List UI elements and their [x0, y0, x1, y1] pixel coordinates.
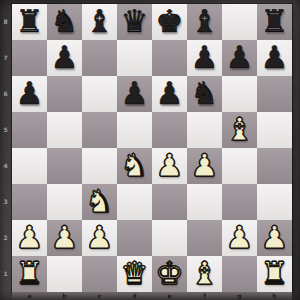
square-d2[interactable] — [117, 220, 152, 256]
square-h6[interactable] — [257, 76, 292, 112]
square-a7[interactable] — [12, 40, 47, 76]
square-h8[interactable]: ♜ — [257, 4, 292, 40]
square-e8[interactable]: ♚ — [152, 4, 187, 40]
rank-label-4: 4 — [0, 161, 11, 170]
file-label-b: b — [47, 291, 82, 300]
white-bishop[interactable]: ♝ — [191, 258, 219, 289]
file-label-e: e — [152, 291, 187, 300]
black-queen[interactable]: ♛ — [121, 6, 149, 37]
square-a1[interactable]: ♜ — [12, 256, 47, 292]
white-pawn[interactable]: ♟ — [16, 222, 44, 253]
white-pawn[interactable]: ♟ — [191, 150, 219, 181]
black-pawn[interactable]: ♟ — [261, 42, 289, 73]
square-a4[interactable] — [12, 148, 47, 184]
square-g3[interactable] — [222, 184, 257, 220]
square-c8[interactable]: ♝ — [82, 4, 117, 40]
white-rook[interactable]: ♜ — [16, 258, 44, 289]
square-f3[interactable] — [187, 184, 222, 220]
white-queen[interactable]: ♛ — [121, 258, 149, 289]
white-rook[interactable]: ♜ — [261, 258, 289, 289]
white-king[interactable]: ♚ — [156, 258, 184, 289]
square-e4[interactable]: ♟ — [152, 148, 187, 184]
square-f6[interactable]: ♞ — [187, 76, 222, 112]
square-d8[interactable]: ♛ — [117, 4, 152, 40]
square-b8[interactable]: ♞ — [47, 4, 82, 40]
black-king[interactable]: ♚ — [156, 6, 184, 37]
square-c1[interactable] — [82, 256, 117, 292]
square-e1[interactable]: ♚ — [152, 256, 187, 292]
square-c3[interactable]: ♞ — [82, 184, 117, 220]
white-pawn[interactable]: ♟ — [156, 150, 184, 181]
square-g8[interactable] — [222, 4, 257, 40]
square-g4[interactable] — [222, 148, 257, 184]
white-pawn[interactable]: ♟ — [261, 222, 289, 253]
file-label-g: g — [222, 291, 257, 300]
square-h5[interactable] — [257, 112, 292, 148]
square-a8[interactable]: ♜ — [12, 4, 47, 40]
square-b7[interactable]: ♟ — [47, 40, 82, 76]
white-pawn[interactable]: ♟ — [51, 222, 79, 253]
square-d5[interactable] — [117, 112, 152, 148]
square-h1[interactable]: ♜ — [257, 256, 292, 292]
black-pawn[interactable]: ♟ — [16, 78, 44, 109]
file-label-f: f — [187, 291, 222, 300]
square-a3[interactable] — [12, 184, 47, 220]
square-f2[interactable] — [187, 220, 222, 256]
square-c7[interactable] — [82, 40, 117, 76]
square-f1[interactable]: ♝ — [187, 256, 222, 292]
square-d3[interactable] — [117, 184, 152, 220]
file-label-h: h — [257, 291, 292, 300]
square-d4[interactable]: ♞ — [117, 148, 152, 184]
square-f7[interactable]: ♟ — [187, 40, 222, 76]
rank-label-8: 8 — [0, 17, 11, 26]
black-knight[interactable]: ♞ — [191, 78, 219, 109]
black-bishop[interactable]: ♝ — [191, 6, 219, 37]
square-e2[interactable] — [152, 220, 187, 256]
white-knight[interactable]: ♞ — [86, 186, 114, 217]
square-b4[interactable] — [47, 148, 82, 184]
rank-label-6: 6 — [0, 89, 11, 98]
square-d6[interactable]: ♟ — [117, 76, 152, 112]
square-g2[interactable]: ♟ — [222, 220, 257, 256]
square-d1[interactable]: ♛ — [117, 256, 152, 292]
square-c5[interactable] — [82, 112, 117, 148]
rank-label-1: 1 — [0, 269, 11, 278]
black-pawn[interactable]: ♟ — [226, 42, 254, 73]
white-pawn[interactable]: ♟ — [86, 222, 114, 253]
white-knight[interactable]: ♞ — [121, 150, 149, 181]
square-f8[interactable]: ♝ — [187, 4, 222, 40]
square-e3[interactable] — [152, 184, 187, 220]
rank-label-3: 3 — [0, 197, 11, 206]
black-pawn[interactable]: ♟ — [191, 42, 219, 73]
square-g6[interactable] — [222, 76, 257, 112]
square-e7[interactable] — [152, 40, 187, 76]
square-g5[interactable]: ♝ — [222, 112, 257, 148]
black-rook[interactable]: ♜ — [261, 6, 289, 37]
square-h2[interactable]: ♟ — [257, 220, 292, 256]
black-pawn[interactable]: ♟ — [51, 42, 79, 73]
square-h3[interactable] — [257, 184, 292, 220]
square-d7[interactable] — [117, 40, 152, 76]
square-a5[interactable] — [12, 112, 47, 148]
white-pawn[interactable]: ♟ — [226, 222, 254, 253]
square-h4[interactable] — [257, 148, 292, 184]
rank-label-5: 5 — [0, 125, 11, 134]
square-b1[interactable] — [47, 256, 82, 292]
white-bishop[interactable]: ♝ — [226, 114, 254, 145]
black-pawn[interactable]: ♟ — [121, 78, 149, 109]
square-e5[interactable] — [152, 112, 187, 148]
square-a2[interactable]: ♟ — [12, 220, 47, 256]
black-pawn[interactable]: ♟ — [156, 78, 184, 109]
square-b6[interactable] — [47, 76, 82, 112]
square-b3[interactable] — [47, 184, 82, 220]
black-rook[interactable]: ♜ — [16, 6, 44, 37]
square-h7[interactable]: ♟ — [257, 40, 292, 76]
rank-label-7: 7 — [0, 53, 11, 62]
square-b2[interactable]: ♟ — [47, 220, 82, 256]
square-c6[interactable] — [82, 76, 117, 112]
square-g7[interactable]: ♟ — [222, 40, 257, 76]
square-c2[interactable]: ♟ — [82, 220, 117, 256]
chess-board: ♜♞♝♛♚♝♜♟♟♟♟♟♟♟♞♝♞♟♟♞♟♟♟♟♟♜♛♚♝♜ — [12, 4, 292, 292]
file-label-d: d — [117, 291, 152, 300]
black-knight[interactable]: ♞ — [51, 6, 79, 37]
square-f4[interactable]: ♟ — [187, 148, 222, 184]
file-label-a: a — [12, 291, 47, 300]
rank-label-2: 2 — [0, 233, 11, 242]
black-bishop[interactable]: ♝ — [86, 6, 114, 37]
square-e6[interactable]: ♟ — [152, 76, 187, 112]
square-a6[interactable]: ♟ — [12, 76, 47, 112]
chess-board-frame: ♜♞♝♛♚♝♜♟♟♟♟♟♟♟♞♝♞♟♟♞♟♟♟♟♟♜♛♚♝♜ 87654321 … — [0, 0, 300, 300]
file-label-c: c — [82, 291, 117, 300]
square-b5[interactable] — [47, 112, 82, 148]
square-c4[interactable] — [82, 148, 117, 184]
square-g1[interactable] — [222, 256, 257, 292]
square-f5[interactable] — [187, 112, 222, 148]
